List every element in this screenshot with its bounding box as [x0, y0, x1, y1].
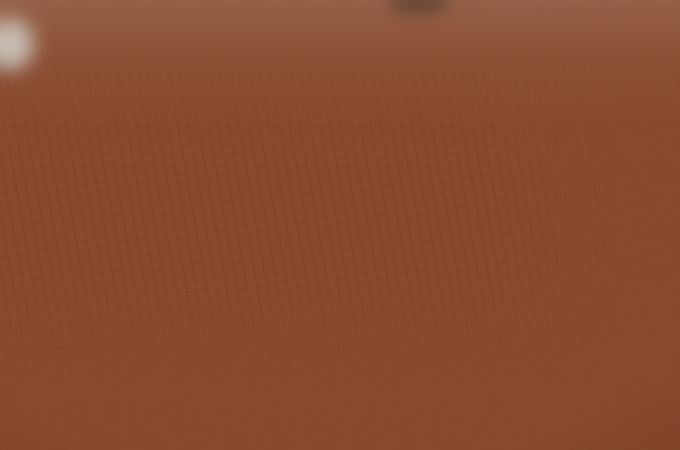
chess-board — [0, 0, 680, 450]
chessboard-photo — [0, 0, 680, 450]
